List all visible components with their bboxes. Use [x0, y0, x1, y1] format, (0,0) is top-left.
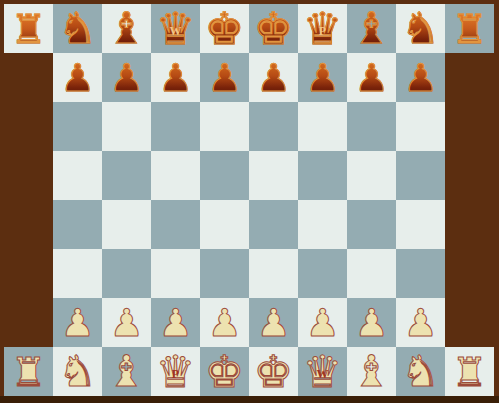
void-cell-r2c10 [445, 53, 494, 102]
knight-icon: ♞ [401, 350, 440, 393]
void-cell-r2c1 [4, 53, 53, 102]
square-r3c2[interactable] [53, 102, 102, 151]
square-r2c3[interactable]: ♟ [102, 53, 151, 102]
void-cell-r6c10 [445, 249, 494, 298]
square-r6c4[interactable] [151, 249, 200, 298]
piece-red-bishop[interactable]: ♝ [347, 4, 396, 53]
rook-icon: ♜ [452, 9, 488, 49]
pawn-icon: ♟ [207, 59, 241, 97]
square-r7c9[interactable]: ♟ [396, 298, 445, 347]
square-r3c4[interactable] [151, 102, 200, 151]
square-r2c4[interactable]: ♟ [151, 53, 200, 102]
pawn-icon: ♟ [305, 304, 339, 342]
square-r7c8[interactable]: ♟ [347, 298, 396, 347]
square-r5c5[interactable] [200, 200, 249, 249]
square-r8c4[interactable]: ♛P [151, 347, 200, 396]
king-icon: ♚ [205, 7, 244, 51]
square-r5c8[interactable] [347, 200, 396, 249]
piece-white-rook[interactable]: ♜ [445, 347, 494, 396]
square-r3c8[interactable] [347, 102, 396, 151]
square-r4c9[interactable] [396, 151, 445, 200]
bishop-icon: ♝ [107, 350, 146, 393]
queen-icon: ♛ [156, 7, 195, 51]
square-r4c6[interactable] [249, 151, 298, 200]
void-cell-r6c1 [4, 249, 53, 298]
square-r4c7[interactable] [298, 151, 347, 200]
piece-white-pawn[interactable]: ♟ [151, 298, 200, 347]
square-r1c8[interactable]: ♝ [347, 4, 396, 53]
pawn-icon: ♟ [305, 59, 339, 97]
chess-board: ♜♞♝♛W♚♚♛P♝♞♜♟♟♟♟♟♟♟♟♟♟♟♟♟♟♟♟♜♞♝♛P♚♚♛W♝♞♜ [4, 4, 494, 396]
square-r8c10[interactable]: ♜ [445, 347, 494, 396]
piece-red-pawn[interactable]: ♟ [396, 53, 445, 102]
pawn-icon: ♟ [256, 59, 290, 97]
square-r2c7[interactable]: ♟ [298, 53, 347, 102]
king-icon: ♚ [205, 350, 244, 394]
piece-red-pawn[interactable]: ♟ [53, 53, 102, 102]
piece-white-pawn[interactable]: ♟ [298, 298, 347, 347]
piece-white-knight[interactable]: ♞ [53, 347, 102, 396]
square-r5c6[interactable] [249, 200, 298, 249]
piece-white-queen-P[interactable]: ♛P [151, 347, 200, 396]
queen-icon: ♛ [303, 7, 342, 51]
piece-red-pawn[interactable]: ♟ [200, 53, 249, 102]
piece-red-bishop[interactable]: ♝ [102, 4, 151, 53]
square-r4c4[interactable] [151, 151, 200, 200]
king-icon: ♚ [254, 7, 293, 51]
square-r8c2[interactable]: ♞ [53, 347, 102, 396]
rook-icon: ♜ [11, 9, 47, 49]
square-r8c3[interactable]: ♝ [102, 347, 151, 396]
square-r7c7[interactable]: ♟ [298, 298, 347, 347]
piece-white-pawn[interactable]: ♟ [102, 298, 151, 347]
square-r1c5[interactable]: ♚ [200, 4, 249, 53]
square-r4c5[interactable] [200, 151, 249, 200]
square-r7c2[interactable]: ♟ [53, 298, 102, 347]
pawn-icon: ♟ [403, 59, 437, 97]
piece-white-bishop[interactable]: ♝ [102, 347, 151, 396]
square-r7c6[interactable]: ♟ [249, 298, 298, 347]
piece-red-knight[interactable]: ♞ [53, 4, 102, 53]
piece-red-king[interactable]: ♚ [249, 4, 298, 53]
square-r1c2[interactable]: ♞ [53, 4, 102, 53]
piece-red-pawn[interactable]: ♟ [151, 53, 200, 102]
pawn-icon: ♟ [256, 304, 290, 342]
square-r8c7[interactable]: ♛W [298, 347, 347, 396]
piece-white-pawn[interactable]: ♟ [53, 298, 102, 347]
square-r2c6[interactable]: ♟ [249, 53, 298, 102]
square-r6c9[interactable] [396, 249, 445, 298]
square-r1c9[interactable]: ♞ [396, 4, 445, 53]
square-r3c5[interactable] [200, 102, 249, 151]
square-r2c8[interactable]: ♟ [347, 53, 396, 102]
piece-red-rook[interactable]: ♜ [4, 4, 53, 53]
pawn-icon: ♟ [60, 304, 94, 342]
square-r8c6[interactable]: ♚ [249, 347, 298, 396]
piece-red-pawn[interactable]: ♟ [249, 53, 298, 102]
knight-icon: ♞ [58, 350, 97, 393]
pawn-icon: ♟ [109, 59, 143, 97]
square-r8c9[interactable]: ♞ [396, 347, 445, 396]
square-r4c3[interactable] [102, 151, 151, 200]
square-r2c5[interactable]: ♟ [200, 53, 249, 102]
square-r2c2[interactable]: ♟ [53, 53, 102, 102]
void-cell-r7c1 [4, 298, 53, 347]
piece-white-king[interactable]: ♚ [200, 347, 249, 396]
square-r6c3[interactable] [102, 249, 151, 298]
square-r3c9[interactable] [396, 102, 445, 151]
void-cell-r5c1 [4, 200, 53, 249]
square-r5c4[interactable] [151, 200, 200, 249]
bishop-icon: ♝ [107, 7, 146, 50]
square-r1c3[interactable]: ♝ [102, 4, 151, 53]
square-r6c8[interactable] [347, 249, 396, 298]
void-cell-r4c10 [445, 151, 494, 200]
piece-red-pawn[interactable]: ♟ [298, 53, 347, 102]
void-cell-r3c10 [445, 102, 494, 151]
bishop-icon: ♝ [352, 350, 391, 393]
square-r5c3[interactable] [102, 200, 151, 249]
king-icon: ♚ [254, 350, 293, 394]
square-r1c1[interactable]: ♜ [4, 4, 53, 53]
pawn-icon: ♟ [158, 59, 192, 97]
pawn-icon: ♟ [207, 304, 241, 342]
piece-red-king[interactable]: ♚ [200, 4, 249, 53]
square-r1c6[interactable]: ♚ [249, 4, 298, 53]
pawn-icon: ♟ [109, 304, 143, 342]
square-r1c7[interactable]: ♛P [298, 4, 347, 53]
square-r6c2[interactable] [53, 249, 102, 298]
square-r7c5[interactable]: ♟ [200, 298, 249, 347]
pawn-icon: ♟ [403, 304, 437, 342]
queen-icon: ♛ [156, 350, 195, 394]
square-r3c3[interactable] [102, 102, 151, 151]
piece-red-pawn[interactable]: ♟ [347, 53, 396, 102]
piece-white-pawn[interactable]: ♟ [347, 298, 396, 347]
square-r3c6[interactable] [249, 102, 298, 151]
board-frame-bottom-strip [0, 396, 499, 403]
square-r5c7[interactable] [298, 200, 347, 249]
queen-icon: ♛ [303, 350, 342, 394]
pawn-icon: ♟ [60, 59, 94, 97]
square-r4c8[interactable] [347, 151, 396, 200]
square-r1c4[interactable]: ♛W [151, 4, 200, 53]
square-r5c9[interactable] [396, 200, 445, 249]
square-r8c1[interactable]: ♜ [4, 347, 53, 396]
void-cell-r3c1 [4, 102, 53, 151]
piece-white-rook[interactable]: ♜ [4, 347, 53, 396]
piece-red-queen-P[interactable]: ♛P [298, 4, 347, 53]
void-cell-r4c1 [4, 151, 53, 200]
pawn-icon: ♟ [354, 304, 388, 342]
square-r7c4[interactable]: ♟ [151, 298, 200, 347]
rook-icon: ♜ [11, 352, 47, 392]
square-r7c3[interactable]: ♟ [102, 298, 151, 347]
bishop-icon: ♝ [352, 7, 391, 50]
square-r1c10[interactable]: ♜ [445, 4, 494, 53]
square-r6c5[interactable] [200, 249, 249, 298]
square-r5c2[interactable] [53, 200, 102, 249]
void-cell-r5c10 [445, 200, 494, 249]
piece-white-bishop[interactable]: ♝ [347, 347, 396, 396]
piece-white-queen-W[interactable]: ♛W [298, 347, 347, 396]
square-r4c2[interactable] [53, 151, 102, 200]
board-frame: ♜♞♝♛W♚♚♛P♝♞♜♟♟♟♟♟♟♟♟♟♟♟♟♟♟♟♟♜♞♝♛P♚♚♛W♝♞♜ [0, 0, 499, 403]
square-r6c7[interactable] [298, 249, 347, 298]
piece-white-pawn[interactable]: ♟ [396, 298, 445, 347]
rook-icon: ♜ [452, 352, 488, 392]
piece-white-knight[interactable]: ♞ [396, 347, 445, 396]
piece-white-pawn[interactable]: ♟ [249, 298, 298, 347]
square-r3c7[interactable] [298, 102, 347, 151]
piece-red-rook[interactable]: ♜ [445, 4, 494, 53]
square-r8c8[interactable]: ♝ [347, 347, 396, 396]
pawn-icon: ♟ [354, 59, 388, 97]
piece-red-knight[interactable]: ♞ [396, 4, 445, 53]
void-cell-r7c10 [445, 298, 494, 347]
knight-icon: ♞ [58, 7, 97, 50]
piece-red-queen-W[interactable]: ♛W [151, 4, 200, 53]
piece-white-king[interactable]: ♚ [249, 347, 298, 396]
square-r2c9[interactable]: ♟ [396, 53, 445, 102]
knight-icon: ♞ [401, 7, 440, 50]
square-r8c5[interactable]: ♚ [200, 347, 249, 396]
pawn-icon: ♟ [158, 304, 192, 342]
square-r6c6[interactable] [249, 249, 298, 298]
piece-white-pawn[interactable]: ♟ [200, 298, 249, 347]
piece-red-pawn[interactable]: ♟ [102, 53, 151, 102]
